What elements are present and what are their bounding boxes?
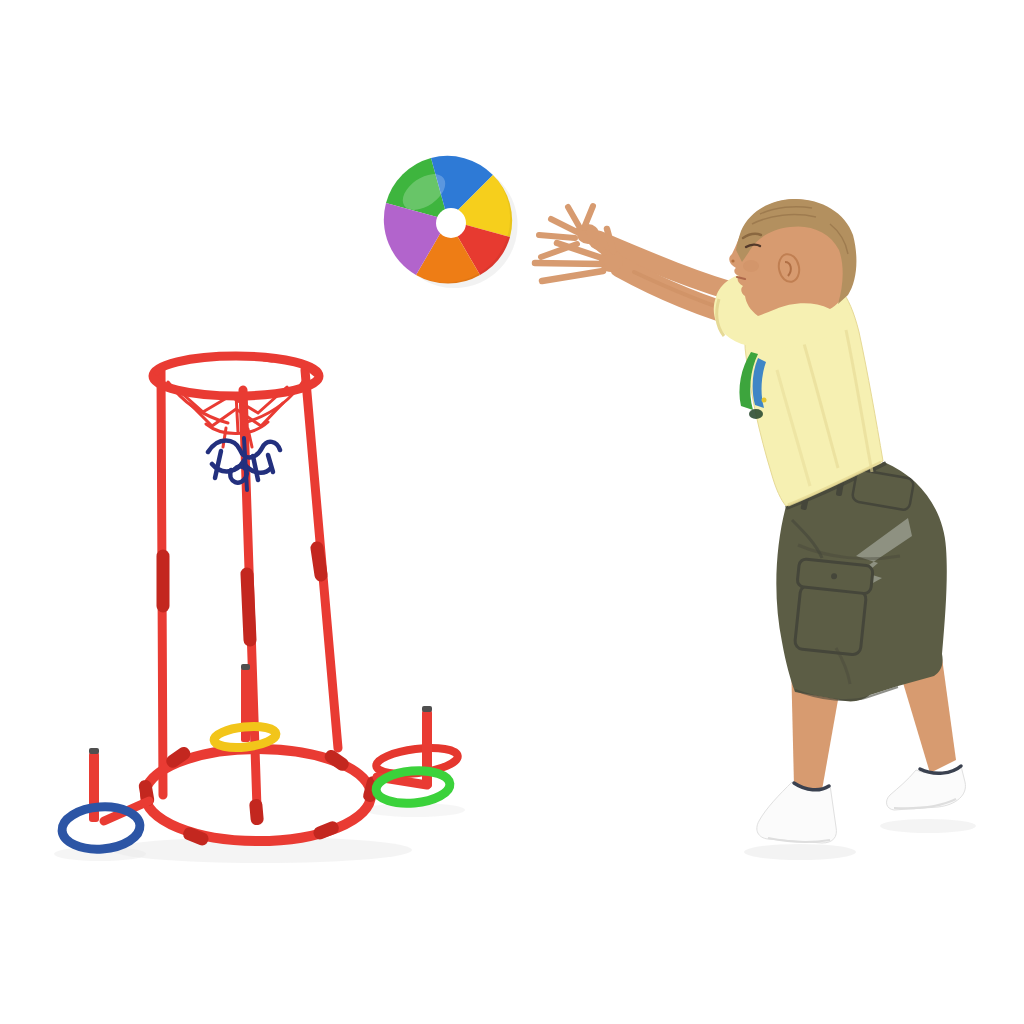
peg-tip bbox=[89, 748, 99, 754]
right-peg bbox=[422, 710, 432, 788]
nostril bbox=[731, 259, 734, 262]
leg-coupler bbox=[317, 548, 321, 575]
front-foot-shadow bbox=[744, 844, 856, 860]
base-joint bbox=[249, 799, 264, 826]
peg-tip bbox=[422, 706, 432, 712]
leg-coupler bbox=[247, 574, 250, 640]
scene-illustration bbox=[0, 0, 1024, 1024]
ball-center-circle bbox=[436, 208, 466, 238]
peg-tip bbox=[241, 664, 250, 670]
cheek-shading bbox=[743, 260, 759, 272]
back-foot-shadow bbox=[880, 819, 976, 833]
cargo-pocket bbox=[790, 559, 873, 656]
product-photo bbox=[0, 0, 1024, 1024]
